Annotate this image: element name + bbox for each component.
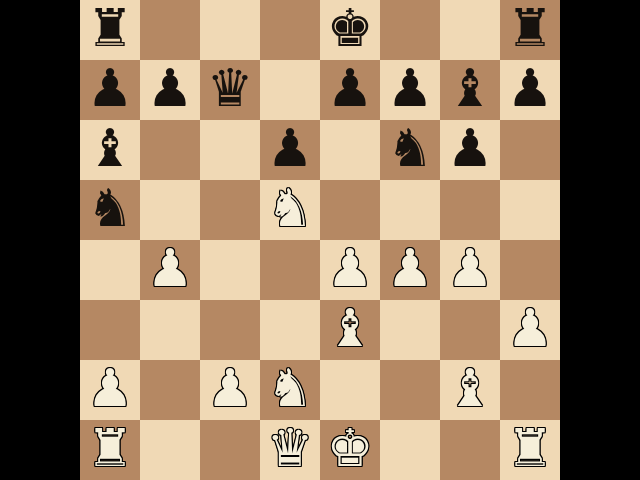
square-c5[interactable] (200, 180, 260, 240)
black-pawn: ♟ (507, 58, 554, 118)
square-h2[interactable] (500, 360, 560, 420)
square-c7[interactable]: ♛ (200, 60, 260, 120)
black-pawn: ♟ (87, 58, 134, 118)
square-c2[interactable]: ♟ (200, 360, 260, 420)
square-h4[interactable] (500, 240, 560, 300)
square-g8[interactable] (440, 0, 500, 60)
square-e6[interactable] (320, 120, 380, 180)
square-c8[interactable] (200, 0, 260, 60)
black-rook: ♜ (507, 0, 554, 58)
square-d8[interactable] (260, 0, 320, 60)
square-f7[interactable]: ♟ (380, 60, 440, 120)
white-pawn: ♟ (207, 358, 254, 418)
square-d5[interactable]: ♞ (260, 180, 320, 240)
white-king: ♚ (327, 418, 374, 478)
square-f8[interactable] (380, 0, 440, 60)
video-frame: ♜♚♜♟♟♛♟♟♝♟♝♟♞♟♞♞♟♟♟♟♝♟♟♟♞♝♜♛♚♜ (0, 0, 640, 480)
square-e1[interactable]: ♚ (320, 420, 380, 480)
black-bishop: ♝ (447, 58, 494, 118)
black-pawn: ♟ (447, 118, 494, 178)
square-f5[interactable] (380, 180, 440, 240)
square-h8[interactable]: ♜ (500, 0, 560, 60)
square-b8[interactable] (140, 0, 200, 60)
square-b5[interactable] (140, 180, 200, 240)
square-d4[interactable] (260, 240, 320, 300)
chess-board: ♜♚♜♟♟♛♟♟♝♟♝♟♞♟♞♞♟♟♟♟♝♟♟♟♞♝♜♛♚♜ (80, 0, 560, 480)
letterbox-left (0, 0, 80, 480)
square-b7[interactable]: ♟ (140, 60, 200, 120)
black-pawn: ♟ (267, 118, 314, 178)
black-pawn: ♟ (147, 58, 194, 118)
square-e7[interactable]: ♟ (320, 60, 380, 120)
square-a7[interactable]: ♟ (80, 60, 140, 120)
black-knight: ♞ (87, 178, 134, 238)
square-e4[interactable]: ♟ (320, 240, 380, 300)
square-e3[interactable]: ♝ (320, 300, 380, 360)
square-c6[interactable] (200, 120, 260, 180)
white-pawn: ♟ (327, 238, 374, 298)
square-d2[interactable]: ♞ (260, 360, 320, 420)
square-h1[interactable]: ♜ (500, 420, 560, 480)
white-pawn: ♟ (387, 238, 434, 298)
square-f4[interactable]: ♟ (380, 240, 440, 300)
square-g3[interactable] (440, 300, 500, 360)
square-b3[interactable] (140, 300, 200, 360)
square-h6[interactable] (500, 120, 560, 180)
white-pawn: ♟ (507, 298, 554, 358)
letterbox-right (560, 0, 640, 480)
square-d6[interactable]: ♟ (260, 120, 320, 180)
square-f1[interactable] (380, 420, 440, 480)
white-pawn: ♟ (87, 358, 134, 418)
square-a6[interactable]: ♝ (80, 120, 140, 180)
black-bishop: ♝ (87, 118, 134, 178)
square-b4[interactable]: ♟ (140, 240, 200, 300)
square-g7[interactable]: ♝ (440, 60, 500, 120)
black-rook: ♜ (87, 0, 134, 58)
square-b2[interactable] (140, 360, 200, 420)
square-g4[interactable]: ♟ (440, 240, 500, 300)
square-a2[interactable]: ♟ (80, 360, 140, 420)
black-knight: ♞ (387, 118, 434, 178)
square-c3[interactable] (200, 300, 260, 360)
square-a3[interactable] (80, 300, 140, 360)
square-g5[interactable] (440, 180, 500, 240)
square-e5[interactable] (320, 180, 380, 240)
square-g2[interactable]: ♝ (440, 360, 500, 420)
square-h3[interactable]: ♟ (500, 300, 560, 360)
square-c4[interactable] (200, 240, 260, 300)
white-knight: ♞ (267, 178, 314, 238)
square-g6[interactable]: ♟ (440, 120, 500, 180)
square-d3[interactable] (260, 300, 320, 360)
square-d7[interactable] (260, 60, 320, 120)
square-h5[interactable] (500, 180, 560, 240)
square-b1[interactable] (140, 420, 200, 480)
white-rook: ♜ (87, 418, 134, 478)
square-a1[interactable]: ♜ (80, 420, 140, 480)
square-f3[interactable] (380, 300, 440, 360)
square-a5[interactable]: ♞ (80, 180, 140, 240)
square-d1[interactable]: ♛ (260, 420, 320, 480)
white-bishop: ♝ (447, 358, 494, 418)
white-rook: ♜ (507, 418, 554, 478)
square-e2[interactable] (320, 360, 380, 420)
square-f6[interactable]: ♞ (380, 120, 440, 180)
white-knight: ♞ (267, 358, 314, 418)
square-b6[interactable] (140, 120, 200, 180)
white-queen: ♛ (267, 418, 314, 478)
white-pawn: ♟ (447, 238, 494, 298)
white-pawn: ♟ (147, 238, 194, 298)
square-e8[interactable]: ♚ (320, 0, 380, 60)
square-g1[interactable] (440, 420, 500, 480)
square-h7[interactable]: ♟ (500, 60, 560, 120)
black-king: ♚ (327, 0, 374, 58)
black-pawn: ♟ (327, 58, 374, 118)
black-pawn: ♟ (387, 58, 434, 118)
square-f2[interactable] (380, 360, 440, 420)
square-c1[interactable] (200, 420, 260, 480)
black-queen: ♛ (207, 58, 254, 118)
square-a8[interactable]: ♜ (80, 0, 140, 60)
square-a4[interactable] (80, 240, 140, 300)
white-bishop: ♝ (327, 298, 374, 358)
